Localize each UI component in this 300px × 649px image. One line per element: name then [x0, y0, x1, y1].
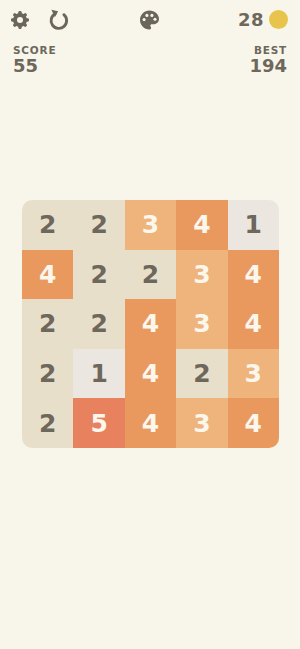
coin-icon [269, 10, 288, 29]
palette-icon [137, 8, 162, 32]
tile-r4c5[interactable]: 3 [228, 349, 279, 399]
tile-r3c1[interactable]: 2 [22, 299, 73, 349]
tile-r3c2[interactable]: 2 [73, 299, 124, 349]
game-screen: 28 SCORE 55 BEST 194 2234142234224342142… [0, 0, 300, 649]
tile-r2c3[interactable]: 2 [125, 250, 176, 300]
tile-r3c3[interactable]: 4 [125, 299, 176, 349]
game-board: 2234142234224342142325434 [22, 200, 279, 448]
coin-count: 28 [238, 9, 264, 30]
tile-r4c1[interactable]: 2 [22, 349, 73, 399]
tile-r5c5[interactable]: 4 [228, 398, 279, 448]
tile-r1c3[interactable]: 3 [125, 200, 176, 250]
undo-restart-icon [47, 8, 70, 31]
tile-r3c5[interactable]: 4 [228, 299, 279, 349]
undo-button[interactable] [47, 8, 70, 31]
tile-r1c5[interactable]: 1 [228, 200, 279, 250]
theme-button[interactable] [137, 8, 162, 32]
tile-r5c2[interactable]: 5 [73, 398, 124, 448]
score-value: 55 [13, 56, 56, 76]
tile-r4c4[interactable]: 2 [176, 349, 227, 399]
settings-button[interactable] [9, 9, 31, 31]
tile-r2c1[interactable]: 4 [22, 250, 73, 300]
tile-r2c2[interactable]: 2 [73, 250, 124, 300]
tile-r2c5[interactable]: 4 [228, 250, 279, 300]
score-panel: SCORE 55 [13, 44, 56, 76]
tile-r1c4[interactable]: 4 [176, 200, 227, 250]
tile-r3c4[interactable]: 3 [176, 299, 227, 349]
tile-r4c2[interactable]: 1 [73, 349, 124, 399]
tile-r5c1[interactable]: 2 [22, 398, 73, 448]
coin-counter[interactable]: 28 [238, 9, 288, 30]
best-panel: BEST 194 [249, 44, 287, 76]
best-value: 194 [249, 56, 287, 76]
tile-r1c1[interactable]: 2 [22, 200, 73, 250]
tile-r5c3[interactable]: 4 [125, 398, 176, 448]
tile-r5c4[interactable]: 3 [176, 398, 227, 448]
gear-icon [9, 9, 31, 31]
tile-r1c2[interactable]: 2 [73, 200, 124, 250]
tile-r4c3[interactable]: 4 [125, 349, 176, 399]
tile-r2c4[interactable]: 3 [176, 250, 227, 300]
